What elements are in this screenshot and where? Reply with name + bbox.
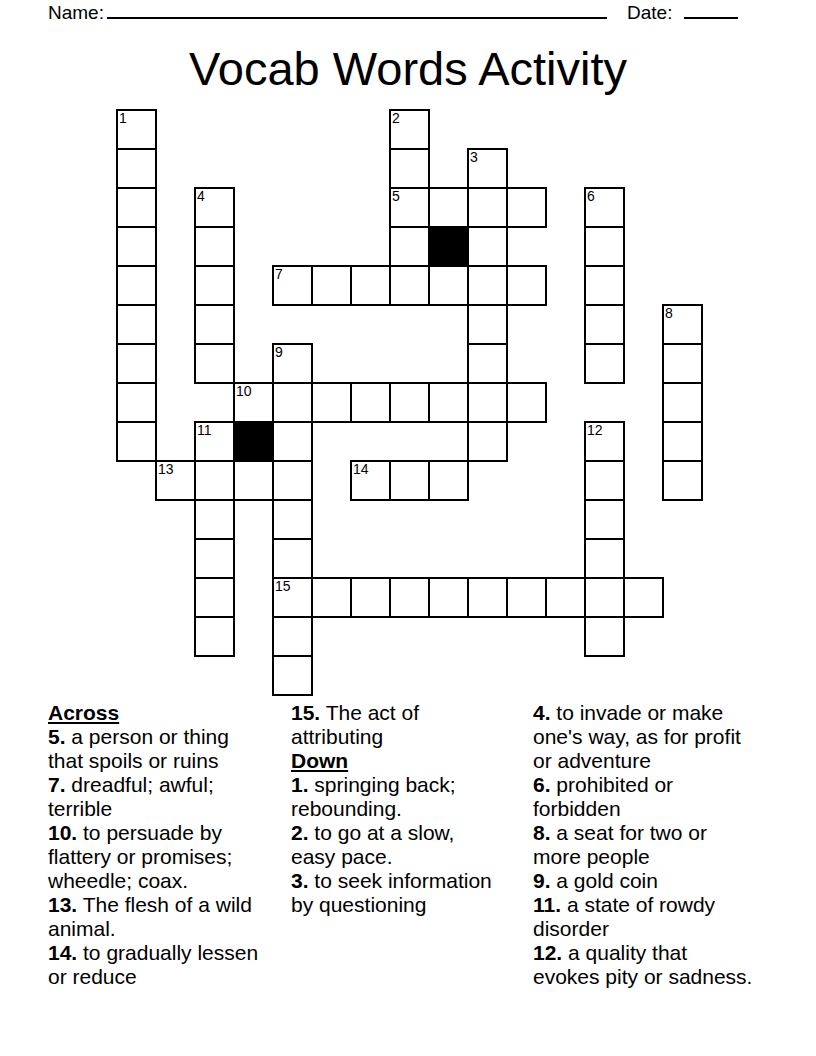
name-fill-line bbox=[107, 0, 607, 19]
grid-cell[interactable] bbox=[662, 421, 703, 462]
grid-cell[interactable] bbox=[467, 187, 508, 228]
grid-cell[interactable] bbox=[194, 538, 235, 579]
clue-num: 5. bbox=[48, 725, 66, 748]
clue-11: 11. a state of rowdy disorder bbox=[533, 893, 759, 941]
clue-num: 2. bbox=[291, 821, 309, 844]
grid-cell[interactable] bbox=[350, 577, 391, 618]
grid-cell[interactable] bbox=[272, 421, 313, 462]
clue-number: 7 bbox=[275, 266, 283, 282]
clue-num: 9. bbox=[533, 869, 551, 892]
clue-7: 7. dreadful; awful; terrible bbox=[48, 773, 263, 821]
grid-cell[interactable] bbox=[389, 382, 430, 423]
clue-number: 6 bbox=[587, 188, 595, 204]
crossword-grid: 123456789101112131415 bbox=[117, 110, 702, 695]
grid-cell[interactable] bbox=[272, 616, 313, 657]
grid-cell[interactable] bbox=[311, 382, 352, 423]
clue-9: 9. a gold coin bbox=[533, 869, 759, 893]
clue-number: 15 bbox=[275, 578, 291, 594]
grid-cell[interactable] bbox=[116, 343, 157, 384]
blocked-cell bbox=[233, 421, 274, 462]
grid-cell[interactable] bbox=[428, 187, 469, 228]
clue-3: 3. to seek information by questioning bbox=[291, 869, 503, 917]
grid-cell[interactable] bbox=[428, 460, 469, 501]
grid-cell[interactable] bbox=[584, 304, 625, 345]
clue-num: 12. bbox=[533, 941, 562, 964]
grid-cell[interactable] bbox=[584, 616, 625, 657]
grid-cell[interactable] bbox=[194, 265, 235, 306]
grid-cell[interactable] bbox=[194, 616, 235, 657]
name-label: Name: bbox=[48, 2, 104, 24]
grid-cell[interactable] bbox=[428, 577, 469, 618]
grid-cell[interactable] bbox=[467, 421, 508, 462]
grid-cell[interactable] bbox=[389, 577, 430, 618]
clues-column-1: Across5. a person or thing that spoils o… bbox=[48, 701, 263, 989]
clue-12: 12. a quality that evokes pity or sadnes… bbox=[533, 941, 759, 989]
clue-num: 4. bbox=[533, 701, 551, 724]
grid-cell[interactable] bbox=[116, 265, 157, 306]
worksheet-title: Vocab Words Activity bbox=[0, 44, 816, 93]
clue-5: 5. a person or thing that spoils or ruin… bbox=[48, 725, 263, 773]
grid-cell[interactable] bbox=[311, 577, 352, 618]
grid-cell[interactable] bbox=[116, 421, 157, 462]
grid-cell[interactable] bbox=[194, 343, 235, 384]
clue-13: 13. The flesh of a wild animal. bbox=[48, 893, 263, 941]
grid-cell[interactable] bbox=[428, 382, 469, 423]
grid-cell[interactable] bbox=[194, 577, 235, 618]
clue-number: 8 bbox=[665, 305, 673, 321]
clue-num: 8. bbox=[533, 821, 551, 844]
date-label: Date: bbox=[627, 2, 672, 24]
grid-cell[interactable] bbox=[506, 265, 547, 306]
grid-cell[interactable] bbox=[350, 265, 391, 306]
clue-number: 11 bbox=[197, 422, 212, 438]
grid-cell[interactable] bbox=[584, 343, 625, 384]
grid-cell[interactable] bbox=[233, 460, 274, 501]
clue-4: 4. to invade or make one's way, as for p… bbox=[533, 701, 759, 773]
clue-number: 1 bbox=[119, 110, 127, 126]
grid-cell[interactable] bbox=[467, 304, 508, 345]
grid-cell[interactable] bbox=[272, 382, 313, 423]
grid-cell[interactable] bbox=[584, 460, 625, 501]
clue-num: 11. bbox=[533, 893, 561, 916]
grid-cell[interactable] bbox=[467, 265, 508, 306]
grid-cell[interactable] bbox=[467, 577, 508, 618]
clue-num: 10. bbox=[48, 821, 77, 844]
grid-cell[interactable] bbox=[389, 460, 430, 501]
grid-cell[interactable] bbox=[389, 148, 430, 189]
clue-number: 4 bbox=[197, 188, 205, 204]
grid-cell[interactable] bbox=[467, 382, 508, 423]
grid-cell[interactable] bbox=[584, 538, 625, 579]
grid-cell[interactable] bbox=[116, 226, 157, 267]
across-heading: Across bbox=[48, 701, 263, 725]
clue-15: 15. The act of attributing bbox=[291, 701, 503, 749]
grid-cell[interactable] bbox=[467, 343, 508, 384]
down-heading: Down bbox=[291, 749, 503, 773]
clues-column-3: 4. to invade or make one's way, as for p… bbox=[533, 701, 759, 989]
grid-cell[interactable] bbox=[194, 226, 235, 267]
clue-number: 14 bbox=[353, 461, 369, 477]
grid-cell[interactable] bbox=[272, 538, 313, 579]
clue-num: 7. bbox=[48, 773, 66, 796]
grid-cell[interactable] bbox=[389, 226, 430, 267]
clue-8: 8. a seat for two or more people bbox=[533, 821, 759, 869]
grid-cell[interactable] bbox=[584, 499, 625, 540]
clue-number: 5 bbox=[392, 188, 400, 204]
grid-cell[interactable] bbox=[272, 499, 313, 540]
grid-cell[interactable] bbox=[311, 265, 352, 306]
clue-6: 6. prohibited or forbidden bbox=[533, 773, 759, 821]
clue-number: 9 bbox=[275, 344, 283, 360]
grid-cell[interactable] bbox=[350, 382, 391, 423]
grid-cell[interactable] bbox=[116, 304, 157, 345]
grid-cell[interactable] bbox=[662, 382, 703, 423]
clue-number: 2 bbox=[392, 110, 400, 126]
grid-cell[interactable] bbox=[506, 187, 547, 228]
clue-number: 12 bbox=[587, 422, 603, 438]
grid-cell[interactable] bbox=[194, 304, 235, 345]
clue-num: 1. bbox=[291, 773, 309, 796]
clue-number: 10 bbox=[236, 383, 252, 399]
grid-cell[interactable] bbox=[389, 265, 430, 306]
grid-cell[interactable] bbox=[116, 148, 157, 189]
clue-num: 13. bbox=[48, 893, 77, 916]
clue-num: 6. bbox=[533, 773, 551, 796]
grid-cell[interactable] bbox=[506, 382, 547, 423]
grid-cell[interactable] bbox=[623, 577, 664, 618]
grid-cell[interactable] bbox=[428, 265, 469, 306]
grid-cell[interactable] bbox=[662, 460, 703, 501]
clue-2: 2. to go at a slow, easy pace. bbox=[291, 821, 503, 869]
grid-cell[interactable] bbox=[506, 577, 547, 618]
clue-number: 13 bbox=[158, 461, 174, 477]
grid-cell[interactable] bbox=[662, 343, 703, 384]
grid-cell[interactable] bbox=[584, 265, 625, 306]
clues-column-2: 15. The act of attributingDown1. springi… bbox=[291, 701, 503, 917]
grid-cell[interactable] bbox=[272, 655, 313, 696]
clue-1: 1. springing back; rebounding. bbox=[291, 773, 503, 821]
clue-num: 14. bbox=[48, 941, 77, 964]
date-fill-line bbox=[684, 0, 738, 19]
blocked-cell bbox=[428, 226, 469, 267]
clue-number: 3 bbox=[470, 149, 478, 165]
grid-cell[interactable] bbox=[584, 577, 625, 618]
worksheet-page: Name: Date: Vocab Words Activity 1234567… bbox=[0, 0, 816, 1056]
grid-cell[interactable] bbox=[116, 382, 157, 423]
clue-10: 10. to persuade by flattery or promises;… bbox=[48, 821, 263, 893]
grid-cell[interactable] bbox=[545, 577, 586, 618]
grid-cell[interactable] bbox=[467, 226, 508, 267]
grid-cell[interactable] bbox=[116, 187, 157, 228]
grid-cell[interactable] bbox=[272, 460, 313, 501]
clue-num: 15. bbox=[291, 701, 320, 724]
clue-14: 14. to gradually lessen or reduce bbox=[48, 941, 263, 989]
clue-num: 3. bbox=[291, 869, 309, 892]
grid-cell[interactable] bbox=[194, 499, 235, 540]
grid-cell[interactable] bbox=[194, 460, 235, 501]
grid-cell[interactable] bbox=[584, 226, 625, 267]
